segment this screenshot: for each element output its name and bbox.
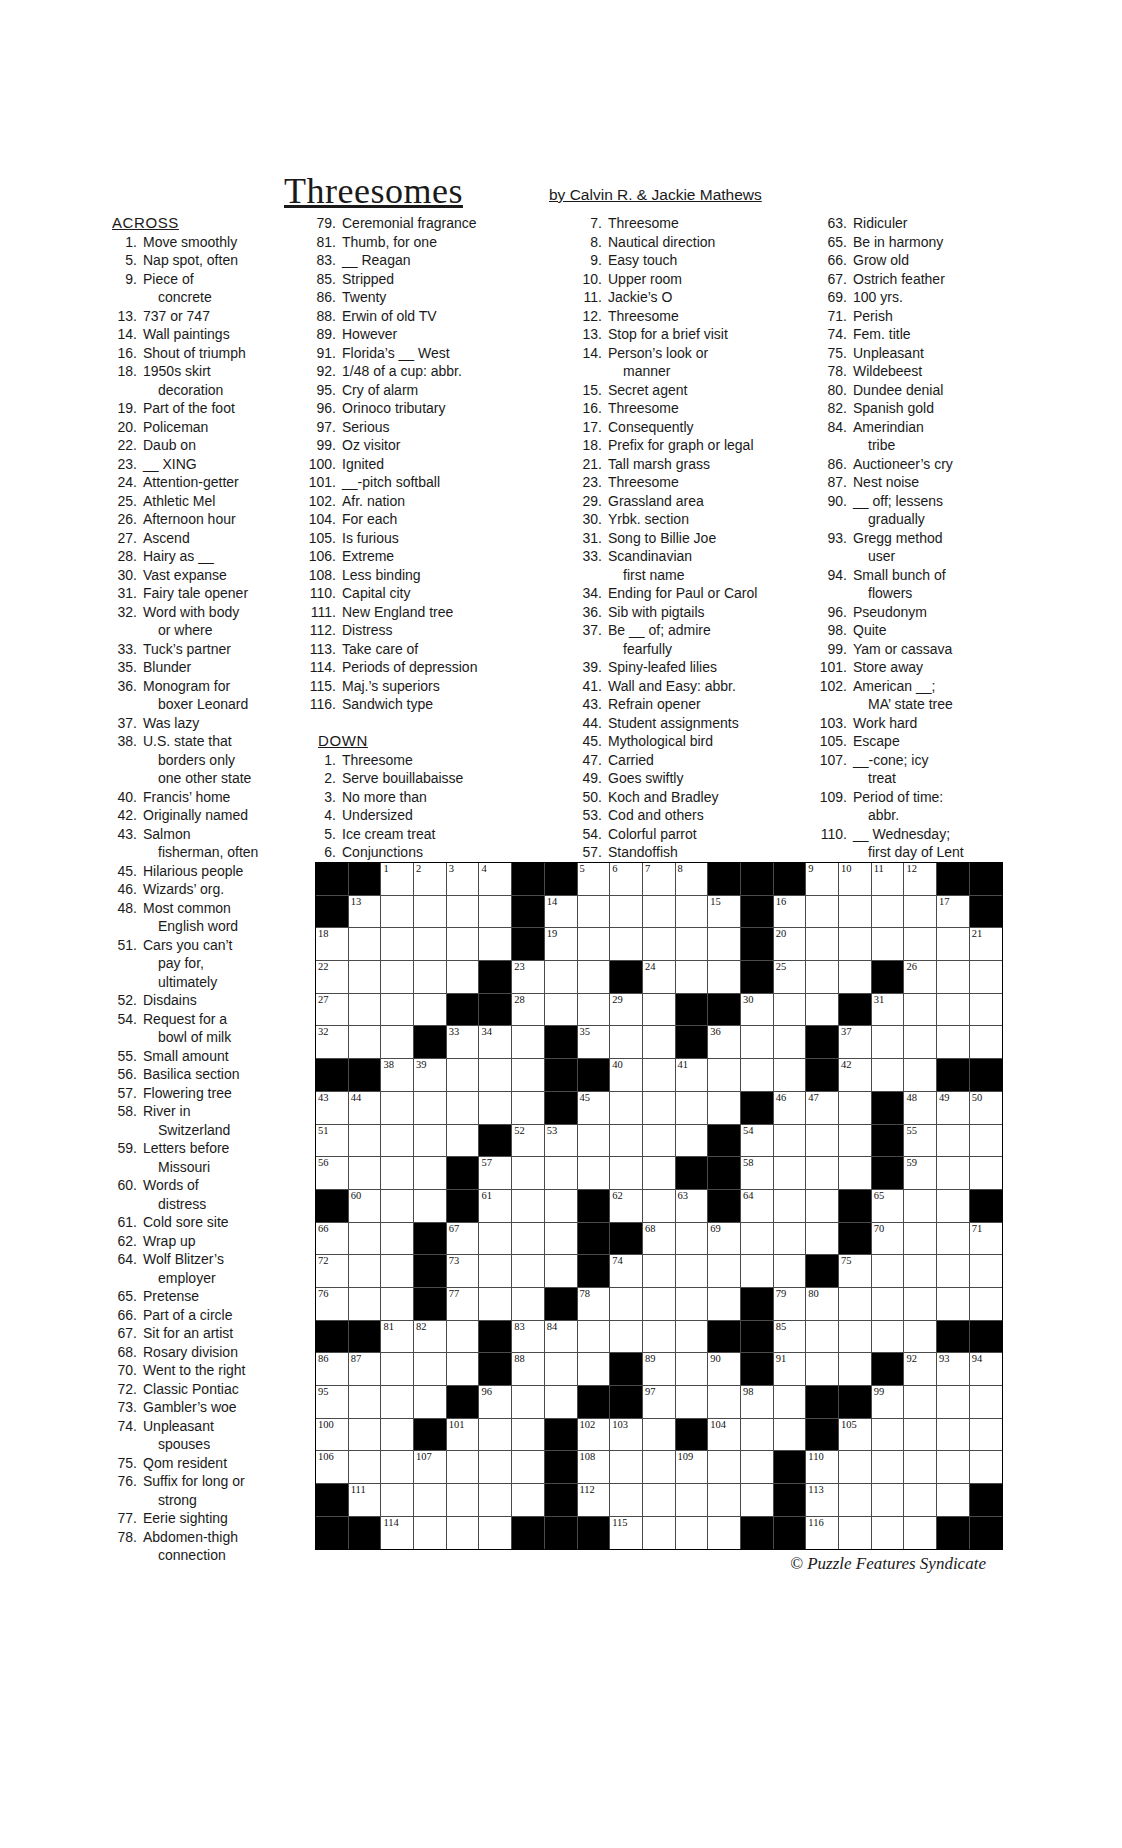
grid-cell[interactable]: 5 [578,863,611,896]
grid-cell[interactable] [643,1451,676,1484]
grid-cell[interactable] [643,1321,676,1354]
grid-cell[interactable] [904,1484,937,1517]
grid-cell[interactable] [774,1223,807,1256]
grid-cell[interactable] [545,1157,578,1190]
grid-cell[interactable]: 100 [316,1419,349,1452]
grid-cell[interactable] [774,1157,807,1190]
grid-cell[interactable] [479,928,512,961]
grid-cell[interactable]: 11 [872,863,905,896]
grid-cell[interactable] [381,961,414,994]
grid-cell[interactable]: 110 [806,1451,839,1484]
grid-cell[interactable] [643,994,676,1027]
grid-cell[interactable] [447,896,480,929]
grid-cell[interactable] [904,1321,937,1354]
grid-cell[interactable] [741,1059,774,1092]
grid-cell[interactable]: 112 [578,1484,611,1517]
grid-cell[interactable]: 76 [316,1288,349,1321]
grid-cell[interactable] [970,1451,1003,1484]
grid-cell[interactable] [774,1386,807,1419]
grid-cell[interactable] [970,961,1003,994]
grid-cell[interactable] [806,961,839,994]
grid-cell[interactable]: 77 [447,1288,480,1321]
grid-cell[interactable] [970,1288,1003,1321]
grid-cell[interactable] [381,1484,414,1517]
grid-cell[interactable] [741,1451,774,1484]
grid-cell[interactable]: 114 [381,1517,414,1550]
grid-cell[interactable] [381,1125,414,1158]
grid-cell[interactable] [643,1026,676,1059]
grid-cell[interactable] [381,896,414,929]
grid-cell[interactable]: 55 [904,1125,937,1158]
grid-cell[interactable] [806,1125,839,1158]
grid-cell[interactable]: 23 [512,961,545,994]
grid-cell[interactable] [479,1288,512,1321]
grid-cell[interactable]: 88 [512,1353,545,1386]
grid-cell[interactable] [610,1288,643,1321]
grid-cell[interactable] [806,1321,839,1354]
grid-cell[interactable] [447,1092,480,1125]
grid-cell[interactable] [872,1419,905,1452]
grid-cell[interactable]: 26 [904,961,937,994]
grid-cell[interactable] [872,1255,905,1288]
grid-cell[interactable] [414,896,447,929]
grid-cell[interactable] [610,1125,643,1158]
grid-cell[interactable] [904,994,937,1027]
grid-cell[interactable] [447,1353,480,1386]
grid-cell[interactable] [643,1517,676,1550]
grid-cell[interactable]: 7 [643,863,676,896]
grid-cell[interactable] [381,1386,414,1419]
grid-cell[interactable]: 22 [316,961,349,994]
grid-cell[interactable] [512,1484,545,1517]
grid-cell[interactable] [381,1190,414,1223]
grid-cell[interactable] [904,1190,937,1223]
grid-cell[interactable] [904,1517,937,1550]
grid-cell[interactable] [349,1157,382,1190]
grid-cell[interactable] [904,1288,937,1321]
grid-cell[interactable]: 116 [806,1517,839,1550]
grid-cell[interactable]: 74 [610,1255,643,1288]
grid-cell[interactable]: 42 [839,1059,872,1092]
grid-cell[interactable]: 72 [316,1255,349,1288]
grid-cell[interactable] [545,1353,578,1386]
grid-cell[interactable] [610,1026,643,1059]
grid-cell[interactable] [904,896,937,929]
grid-cell[interactable] [904,1419,937,1452]
grid-cell[interactable] [578,994,611,1027]
grid-cell[interactable] [381,994,414,1027]
grid-cell[interactable] [479,1092,512,1125]
grid-cell[interactable] [578,1353,611,1386]
grid-cell[interactable] [512,1157,545,1190]
grid-cell[interactable] [643,1125,676,1158]
grid-cell[interactable]: 111 [349,1484,382,1517]
grid-cell[interactable] [806,1190,839,1223]
grid-cell[interactable]: 14 [545,896,578,929]
grid-cell[interactable]: 81 [381,1321,414,1354]
grid-cell[interactable] [839,896,872,929]
grid-cell[interactable]: 10 [839,863,872,896]
grid-cell[interactable] [479,1255,512,1288]
grid-cell[interactable] [349,1386,382,1419]
grid-cell[interactable] [676,928,709,961]
grid-cell[interactable]: 73 [447,1255,480,1288]
grid-cell[interactable] [381,1026,414,1059]
grid-cell[interactable] [381,1451,414,1484]
grid-cell[interactable]: 46 [774,1092,807,1125]
grid-cell[interactable] [741,1255,774,1288]
grid-cell[interactable] [937,1386,970,1419]
grid-cell[interactable] [676,1484,709,1517]
grid-cell[interactable] [839,1321,872,1354]
grid-cell[interactable]: 87 [349,1353,382,1386]
grid-cell[interactable]: 96 [479,1386,512,1419]
grid-cell[interactable] [578,961,611,994]
grid-cell[interactable] [676,1517,709,1550]
grid-cell[interactable] [774,1190,807,1223]
grid-cell[interactable] [806,1223,839,1256]
grid-cell[interactable] [676,896,709,929]
grid-cell[interactable] [512,1092,545,1125]
grid-cell[interactable] [741,1026,774,1059]
grid-cell[interactable] [839,1517,872,1550]
grid-cell[interactable] [512,1419,545,1452]
grid-cell[interactable] [839,1353,872,1386]
grid-cell[interactable]: 93 [937,1353,970,1386]
grid-cell[interactable] [414,961,447,994]
grid-cell[interactable] [872,928,905,961]
grid-cell[interactable] [414,1484,447,1517]
grid-cell[interactable]: 32 [316,1026,349,1059]
grid-cell[interactable] [610,1092,643,1125]
grid-cell[interactable] [806,994,839,1027]
grid-cell[interactable] [904,1059,937,1092]
grid-cell[interactable]: 13 [349,896,382,929]
grid-cell[interactable] [447,1059,480,1092]
grid-cell[interactable]: 9 [806,863,839,896]
grid-cell[interactable] [774,1255,807,1288]
grid-cell[interactable]: 99 [872,1386,905,1419]
grid-cell[interactable] [381,1419,414,1452]
grid-cell[interactable]: 29 [610,994,643,1027]
grid-cell[interactable] [676,1288,709,1321]
grid-cell[interactable] [872,1026,905,1059]
grid-cell[interactable]: 115 [610,1517,643,1550]
grid-cell[interactable] [349,928,382,961]
grid-cell[interactable] [676,961,709,994]
grid-cell[interactable] [676,1321,709,1354]
grid-cell[interactable] [512,1386,545,1419]
grid-cell[interactable]: 44 [349,1092,382,1125]
grid-cell[interactable] [381,1288,414,1321]
grid-cell[interactable] [349,1419,382,1452]
grid-cell[interactable]: 107 [414,1451,447,1484]
grid-cell[interactable]: 19 [545,928,578,961]
grid-cell[interactable] [806,1157,839,1190]
grid-cell[interactable] [479,896,512,929]
grid-cell[interactable] [643,1419,676,1452]
grid-cell[interactable]: 62 [610,1190,643,1223]
grid-cell[interactable]: 82 [414,1321,447,1354]
grid-cell[interactable] [447,1321,480,1354]
grid-cell[interactable] [512,1190,545,1223]
grid-cell[interactable] [937,961,970,994]
grid-cell[interactable] [872,1484,905,1517]
grid-cell[interactable]: 38 [381,1059,414,1092]
grid-cell[interactable] [545,1223,578,1256]
grid-cell[interactable]: 102 [578,1419,611,1452]
grid-cell[interactable] [970,1026,1003,1059]
grid-cell[interactable] [904,1451,937,1484]
grid-cell[interactable]: 54 [741,1125,774,1158]
grid-cell[interactable] [643,1255,676,1288]
grid-cell[interactable] [937,1223,970,1256]
grid-cell[interactable]: 66 [316,1223,349,1256]
grid-cell[interactable]: 47 [806,1092,839,1125]
grid-cell[interactable] [349,1288,382,1321]
grid-cell[interactable] [872,1451,905,1484]
grid-cell[interactable] [414,1157,447,1190]
grid-cell[interactable] [479,1059,512,1092]
grid-cell[interactable]: 59 [904,1157,937,1190]
grid-cell[interactable]: 30 [741,994,774,1027]
grid-cell[interactable]: 39 [414,1059,447,1092]
grid-cell[interactable]: 109 [676,1451,709,1484]
grid-cell[interactable] [447,1517,480,1550]
grid-cell[interactable] [610,1451,643,1484]
grid-cell[interactable] [479,1484,512,1517]
grid-cell[interactable] [839,1451,872,1484]
grid-cell[interactable] [349,1451,382,1484]
grid-cell[interactable] [578,928,611,961]
grid-cell[interactable]: 35 [578,1026,611,1059]
grid-cell[interactable] [970,1419,1003,1452]
grid-cell[interactable] [806,1353,839,1386]
grid-cell[interactable] [578,1321,611,1354]
grid-cell[interactable] [872,896,905,929]
grid-cell[interactable]: 36 [708,1026,741,1059]
grid-cell[interactable] [872,1059,905,1092]
grid-cell[interactable]: 49 [937,1092,970,1125]
grid-cell[interactable] [839,1157,872,1190]
grid-cell[interactable] [414,1386,447,1419]
grid-cell[interactable] [578,896,611,929]
grid-cell[interactable] [381,1255,414,1288]
grid-cell[interactable]: 56 [316,1157,349,1190]
grid-cell[interactable] [414,1190,447,1223]
grid-cell[interactable] [643,896,676,929]
grid-cell[interactable]: 43 [316,1092,349,1125]
grid-cell[interactable] [349,1125,382,1158]
grid-cell[interactable]: 70 [872,1223,905,1256]
grid-cell[interactable]: 40 [610,1059,643,1092]
grid-cell[interactable] [872,1321,905,1354]
grid-cell[interactable] [774,1059,807,1092]
grid-cell[interactable]: 108 [578,1451,611,1484]
grid-cell[interactable]: 91 [774,1353,807,1386]
grid-cell[interactable] [774,994,807,1027]
grid-cell[interactable] [904,1386,937,1419]
grid-cell[interactable] [349,1026,382,1059]
grid-cell[interactable] [839,1092,872,1125]
grid-cell[interactable]: 64 [741,1190,774,1223]
grid-cell[interactable] [512,1288,545,1321]
grid-cell[interactable]: 61 [479,1190,512,1223]
grid-cell[interactable] [447,961,480,994]
grid-cell[interactable] [970,1125,1003,1158]
grid-cell[interactable]: 53 [545,1125,578,1158]
grid-cell[interactable] [349,961,382,994]
grid-cell[interactable]: 86 [316,1353,349,1386]
grid-cell[interactable] [904,1223,937,1256]
grid-cell[interactable] [643,1288,676,1321]
grid-cell[interactable] [708,1059,741,1092]
grid-cell[interactable] [578,1157,611,1190]
grid-cell[interactable] [774,1125,807,1158]
grid-cell[interactable]: 71 [970,1223,1003,1256]
grid-cell[interactable]: 60 [349,1190,382,1223]
grid-cell[interactable] [512,1059,545,1092]
grid-cell[interactable] [741,1419,774,1452]
grid-cell[interactable]: 3 [447,863,480,896]
grid-cell[interactable] [708,1288,741,1321]
grid-cell[interactable]: 50 [970,1092,1003,1125]
grid-cell[interactable]: 90 [708,1353,741,1386]
grid-cell[interactable]: 37 [839,1026,872,1059]
grid-cell[interactable]: 28 [512,994,545,1027]
grid-cell[interactable] [479,1223,512,1256]
grid-cell[interactable] [479,1451,512,1484]
grid-cell[interactable] [676,1125,709,1158]
grid-cell[interactable] [839,1288,872,1321]
grid-cell[interactable]: 80 [806,1288,839,1321]
grid-cell[interactable] [806,928,839,961]
grid-cell[interactable]: 67 [447,1223,480,1256]
grid-cell[interactable] [381,1157,414,1190]
grid-cell[interactable]: 78 [578,1288,611,1321]
grid-cell[interactable]: 98 [741,1386,774,1419]
grid-cell[interactable]: 51 [316,1125,349,1158]
grid-cell[interactable] [643,1157,676,1190]
grid-cell[interactable]: 33 [447,1026,480,1059]
grid-cell[interactable] [872,1288,905,1321]
grid-cell[interactable] [479,1419,512,1452]
grid-cell[interactable] [904,1026,937,1059]
grid-cell[interactable]: 27 [316,994,349,1027]
grid-cell[interactable]: 17 [937,896,970,929]
grid-cell[interactable]: 63 [676,1190,709,1223]
grid-cell[interactable]: 18 [316,928,349,961]
grid-cell[interactable] [610,1321,643,1354]
grid-cell[interactable]: 103 [610,1419,643,1452]
grid-cell[interactable]: 4 [479,863,512,896]
grid-cell[interactable] [937,1451,970,1484]
grid-cell[interactable] [447,928,480,961]
grid-cell[interactable]: 6 [610,863,643,896]
grid-cell[interactable]: 45 [578,1092,611,1125]
grid-cell[interactable] [414,928,447,961]
grid-cell[interactable]: 48 [904,1092,937,1125]
grid-cell[interactable] [708,961,741,994]
grid-cell[interactable] [643,928,676,961]
grid-cell[interactable] [937,1255,970,1288]
grid-cell[interactable]: 21 [970,928,1003,961]
grid-cell[interactable] [937,928,970,961]
grid-cell[interactable] [970,994,1003,1027]
grid-cell[interactable] [676,1353,709,1386]
grid-cell[interactable] [676,1223,709,1256]
grid-cell[interactable] [381,1092,414,1125]
grid-cell[interactable] [708,1386,741,1419]
grid-cell[interactable]: 85 [774,1321,807,1354]
grid-cell[interactable]: 84 [545,1321,578,1354]
grid-cell[interactable] [872,1517,905,1550]
grid-cell[interactable] [970,1157,1003,1190]
grid-cell[interactable] [708,1517,741,1550]
grid-cell[interactable] [414,994,447,1027]
grid-cell[interactable] [349,1255,382,1288]
grid-cell[interactable] [578,1125,611,1158]
grid-cell[interactable]: 75 [839,1255,872,1288]
grid-cell[interactable]: 31 [872,994,905,1027]
grid-cell[interactable]: 105 [839,1419,872,1452]
grid-cell[interactable] [839,928,872,961]
grid-cell[interactable]: 113 [806,1484,839,1517]
grid-cell[interactable] [970,1386,1003,1419]
grid-cell[interactable]: 68 [643,1223,676,1256]
grid-cell[interactable]: 97 [643,1386,676,1419]
grid-cell[interactable] [349,1223,382,1256]
grid-cell[interactable] [643,1059,676,1092]
grid-cell[interactable] [643,1092,676,1125]
grid-cell[interactable]: 8 [676,863,709,896]
grid-cell[interactable] [610,896,643,929]
grid-cell[interactable]: 1 [381,863,414,896]
grid-cell[interactable] [545,961,578,994]
grid-cell[interactable]: 104 [708,1419,741,1452]
grid-cell[interactable] [774,1419,807,1452]
grid-cell[interactable] [414,1517,447,1550]
grid-cell[interactable]: 20 [774,928,807,961]
grid-cell[interactable] [545,994,578,1027]
grid-cell[interactable]: 69 [708,1223,741,1256]
grid-cell[interactable] [676,1255,709,1288]
grid-cell[interactable]: 34 [479,1026,512,1059]
grid-cell[interactable] [937,1190,970,1223]
grid-cell[interactable] [381,1353,414,1386]
grid-cell[interactable]: 106 [316,1451,349,1484]
grid-cell[interactable]: 95 [316,1386,349,1419]
grid-cell[interactable]: 94 [970,1353,1003,1386]
grid-cell[interactable]: 2 [414,863,447,896]
grid-cell[interactable] [708,1484,741,1517]
grid-cell[interactable] [937,1419,970,1452]
grid-cell[interactable] [414,1092,447,1125]
grid-cell[interactable] [937,1157,970,1190]
grid-cell[interactable]: 89 [643,1353,676,1386]
grid-cell[interactable] [774,1026,807,1059]
grid-cell[interactable]: 101 [447,1419,480,1452]
grid-cell[interactable] [545,1255,578,1288]
grid-cell[interactable] [479,1517,512,1550]
grid-cell[interactable] [349,994,382,1027]
grid-cell[interactable]: 16 [774,896,807,929]
grid-cell[interactable] [381,1223,414,1256]
grid-cell[interactable]: 15 [708,896,741,929]
grid-cell[interactable] [806,896,839,929]
grid-cell[interactable] [937,1026,970,1059]
grid-cell[interactable]: 25 [774,961,807,994]
